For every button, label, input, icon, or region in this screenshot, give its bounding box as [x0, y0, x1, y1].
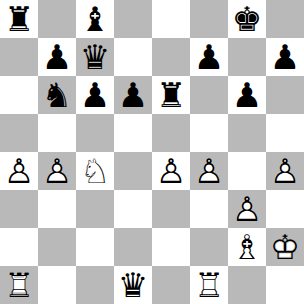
- black-rook: ♜: [152, 76, 190, 114]
- square-f3[interactable]: [190, 190, 228, 228]
- square-b5[interactable]: [38, 114, 76, 152]
- square-f8[interactable]: [190, 0, 228, 38]
- white-pawn-fill: ♟: [190, 152, 228, 190]
- white-pawn-fill: ♟: [266, 152, 304, 190]
- square-g8[interactable]: ♚: [228, 0, 266, 38]
- white-knight-fill: ♞: [76, 152, 114, 190]
- square-h7[interactable]: ♟: [266, 38, 304, 76]
- square-e3[interactable]: [152, 190, 190, 228]
- square-b3[interactable]: [38, 190, 76, 228]
- white-pawn-fill: ♟: [228, 190, 266, 228]
- square-a1[interactable]: ♜♖: [0, 266, 38, 304]
- square-b2[interactable]: [38, 228, 76, 266]
- black-king: ♚: [228, 0, 266, 38]
- square-g3[interactable]: ♟♙: [228, 190, 266, 228]
- chess-board: ♜♝♚♟♛♟♟♞♟♟♜♟♟♙♟♙♞♘♟♙♟♙♟♙♟♙♝♗♚♔♜♖♛♜♖: [0, 0, 304, 304]
- square-d8[interactable]: [114, 0, 152, 38]
- square-g4[interactable]: [228, 152, 266, 190]
- white-pawn-fill: ♟: [152, 152, 190, 190]
- black-pawn: ♟: [266, 38, 304, 76]
- black-knight: ♞: [38, 76, 76, 114]
- white-knight: ♘: [76, 152, 114, 190]
- square-e1[interactable]: [152, 266, 190, 304]
- white-pawn: ♙: [0, 152, 38, 190]
- white-pawn-fill: ♟: [0, 152, 38, 190]
- square-b6[interactable]: ♞: [38, 76, 76, 114]
- square-f4[interactable]: ♟♙: [190, 152, 228, 190]
- square-g1[interactable]: [228, 266, 266, 304]
- square-h4[interactable]: ♟♙: [266, 152, 304, 190]
- square-d2[interactable]: [114, 228, 152, 266]
- square-a5[interactable]: [0, 114, 38, 152]
- square-b7[interactable]: ♟: [38, 38, 76, 76]
- black-pawn: ♟: [38, 38, 76, 76]
- black-pawn: ♟: [190, 38, 228, 76]
- white-bishop-fill: ♝: [228, 228, 266, 266]
- square-f7[interactable]: ♟: [190, 38, 228, 76]
- white-bishop: ♗: [228, 228, 266, 266]
- square-h3[interactable]: [266, 190, 304, 228]
- square-d7[interactable]: [114, 38, 152, 76]
- square-h1[interactable]: [266, 266, 304, 304]
- square-h2[interactable]: ♚♔: [266, 228, 304, 266]
- white-rook: ♖: [190, 266, 228, 304]
- white-rook-fill: ♜: [0, 266, 38, 304]
- square-c3[interactable]: [76, 190, 114, 228]
- white-rook-fill: ♜: [190, 266, 228, 304]
- white-rook: ♖: [0, 266, 38, 304]
- white-king: ♔: [266, 228, 304, 266]
- square-a8[interactable]: ♜: [0, 0, 38, 38]
- white-pawn: ♙: [152, 152, 190, 190]
- square-h6[interactable]: [266, 76, 304, 114]
- square-b4[interactable]: ♟♙: [38, 152, 76, 190]
- square-f2[interactable]: [190, 228, 228, 266]
- square-d5[interactable]: [114, 114, 152, 152]
- black-queen: ♛: [114, 266, 152, 304]
- square-g5[interactable]: [228, 114, 266, 152]
- square-g6[interactable]: ♟: [228, 76, 266, 114]
- black-queen: ♛: [76, 38, 114, 76]
- black-rook: ♜: [0, 0, 38, 38]
- square-d1[interactable]: ♛: [114, 266, 152, 304]
- square-h8[interactable]: [266, 0, 304, 38]
- square-d3[interactable]: [114, 190, 152, 228]
- black-pawn: ♟: [76, 76, 114, 114]
- square-c7[interactable]: ♛: [76, 38, 114, 76]
- square-a6[interactable]: [0, 76, 38, 114]
- square-e8[interactable]: [152, 0, 190, 38]
- square-h5[interactable]: [266, 114, 304, 152]
- square-c5[interactable]: [76, 114, 114, 152]
- square-e7[interactable]: [152, 38, 190, 76]
- black-pawn: ♟: [228, 76, 266, 114]
- square-a2[interactable]: [0, 228, 38, 266]
- square-g2[interactable]: ♝♗: [228, 228, 266, 266]
- square-d4[interactable]: [114, 152, 152, 190]
- square-d6[interactable]: ♟: [114, 76, 152, 114]
- white-pawn: ♙: [266, 152, 304, 190]
- white-king-fill: ♚: [266, 228, 304, 266]
- white-pawn: ♙: [38, 152, 76, 190]
- black-bishop: ♝: [76, 0, 114, 38]
- square-a7[interactable]: [0, 38, 38, 76]
- square-b1[interactable]: [38, 266, 76, 304]
- square-f6[interactable]: [190, 76, 228, 114]
- square-e4[interactable]: ♟♙: [152, 152, 190, 190]
- square-e6[interactable]: ♜: [152, 76, 190, 114]
- white-pawn: ♙: [190, 152, 228, 190]
- square-e2[interactable]: [152, 228, 190, 266]
- square-a4[interactable]: ♟♙: [0, 152, 38, 190]
- square-e5[interactable]: [152, 114, 190, 152]
- white-pawn-fill: ♟: [38, 152, 76, 190]
- white-pawn: ♙: [228, 190, 266, 228]
- square-g7[interactable]: [228, 38, 266, 76]
- square-f5[interactable]: [190, 114, 228, 152]
- square-c2[interactable]: [76, 228, 114, 266]
- square-c8[interactable]: ♝: [76, 0, 114, 38]
- square-a3[interactable]: [0, 190, 38, 228]
- square-b8[interactable]: [38, 0, 76, 38]
- square-c4[interactable]: ♞♘: [76, 152, 114, 190]
- square-c1[interactable]: [76, 266, 114, 304]
- square-f1[interactable]: ♜♖: [190, 266, 228, 304]
- square-c6[interactable]: ♟: [76, 76, 114, 114]
- black-pawn: ♟: [114, 76, 152, 114]
